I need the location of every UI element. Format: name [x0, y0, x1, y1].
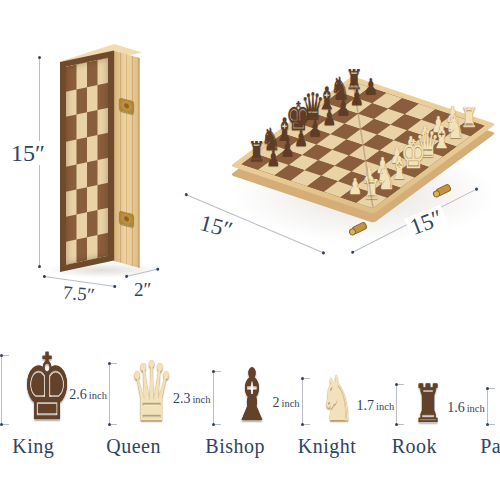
lineup-queen: 2.6inch ♛ Queen — [69, 358, 166, 458]
dimension-bracket — [1, 355, 9, 425]
dimension-bracket — [302, 378, 310, 425]
king-label: King — [0, 435, 78, 458]
folded-board-side-edge — [114, 51, 140, 268]
queen-label: Queen — [85, 435, 182, 458]
folded-depth-label: 2″ — [131, 280, 154, 299]
bishop-piece: ♝ — [231, 366, 257, 425]
folded-board-shadow — [45, 262, 160, 278]
pawn-label: Pawn — [463, 435, 500, 458]
lineup-king: 3inch ♚ King — [0, 350, 62, 458]
dimension-bracket — [396, 384, 404, 425]
white-pawn: ♟ — [348, 178, 362, 196]
king-piece: ♚ — [22, 350, 53, 425]
chess-set-product-image: 15″ 7.5″ 2″ ♜♟♟♜♞♟♟♞♝♟♟♝♛♟♟♛♚♟♟♚♝♟♟♝♞♟♟♞… — [0, 0, 500, 500]
black-pawn: ♟ — [280, 140, 294, 158]
queen-piece: ♛ — [129, 358, 158, 425]
folded-height-label: 15″ — [8, 141, 48, 165]
knight-piece: ♞ — [320, 374, 343, 425]
lineup-bishop: 2.3inch ♝ Bishop — [173, 366, 266, 458]
dimension-bracket — [487, 388, 495, 425]
king-measure: 3inch — [0, 355, 9, 425]
rook-piece: ♜ — [413, 382, 433, 425]
bishop-measure: 2.3inch — [173, 371, 221, 425]
black-rook: ♜ — [248, 141, 265, 163]
folded-board-checker-face — [60, 51, 114, 272]
bishop-label: Bishop — [189, 435, 282, 458]
queen-measure: 2.6inch — [69, 363, 117, 425]
black-pawn: ♟ — [266, 150, 280, 168]
dimension-bracket — [213, 371, 221, 425]
folded-chess-board — [52, 42, 162, 282]
lineup-knight: 2inch ♞ Knight — [273, 374, 350, 458]
black-pawn: ♟ — [322, 109, 336, 127]
piece-size-chart: 3inch ♚ King 2.6inch ♛ Queen 2.3inch — [0, 350, 500, 458]
knight-measure: 2inch — [273, 378, 310, 425]
black-pawn: ♟ — [294, 130, 308, 148]
dimension-bracket — [109, 363, 117, 425]
wood-grain — [114, 51, 140, 268]
white-rook: ♜ — [363, 179, 380, 201]
black-pawn: ♟ — [308, 119, 322, 137]
black-pawn: ♟ — [336, 99, 350, 117]
black-pawn: ♟ — [350, 88, 364, 106]
knight-label: Knight — [289, 435, 366, 458]
rook-label: Rook — [373, 435, 457, 458]
open-width-label: 15″ — [195, 210, 238, 242]
rook-measure: 1.7inch — [357, 384, 405, 425]
black-pawn: ♟ — [364, 78, 378, 96]
folded-width-label: 7.5″ — [59, 282, 98, 304]
pawn-measure: 1.6inch — [447, 388, 495, 425]
lineup-rook: 1.7inch ♜ Rook — [357, 382, 441, 458]
